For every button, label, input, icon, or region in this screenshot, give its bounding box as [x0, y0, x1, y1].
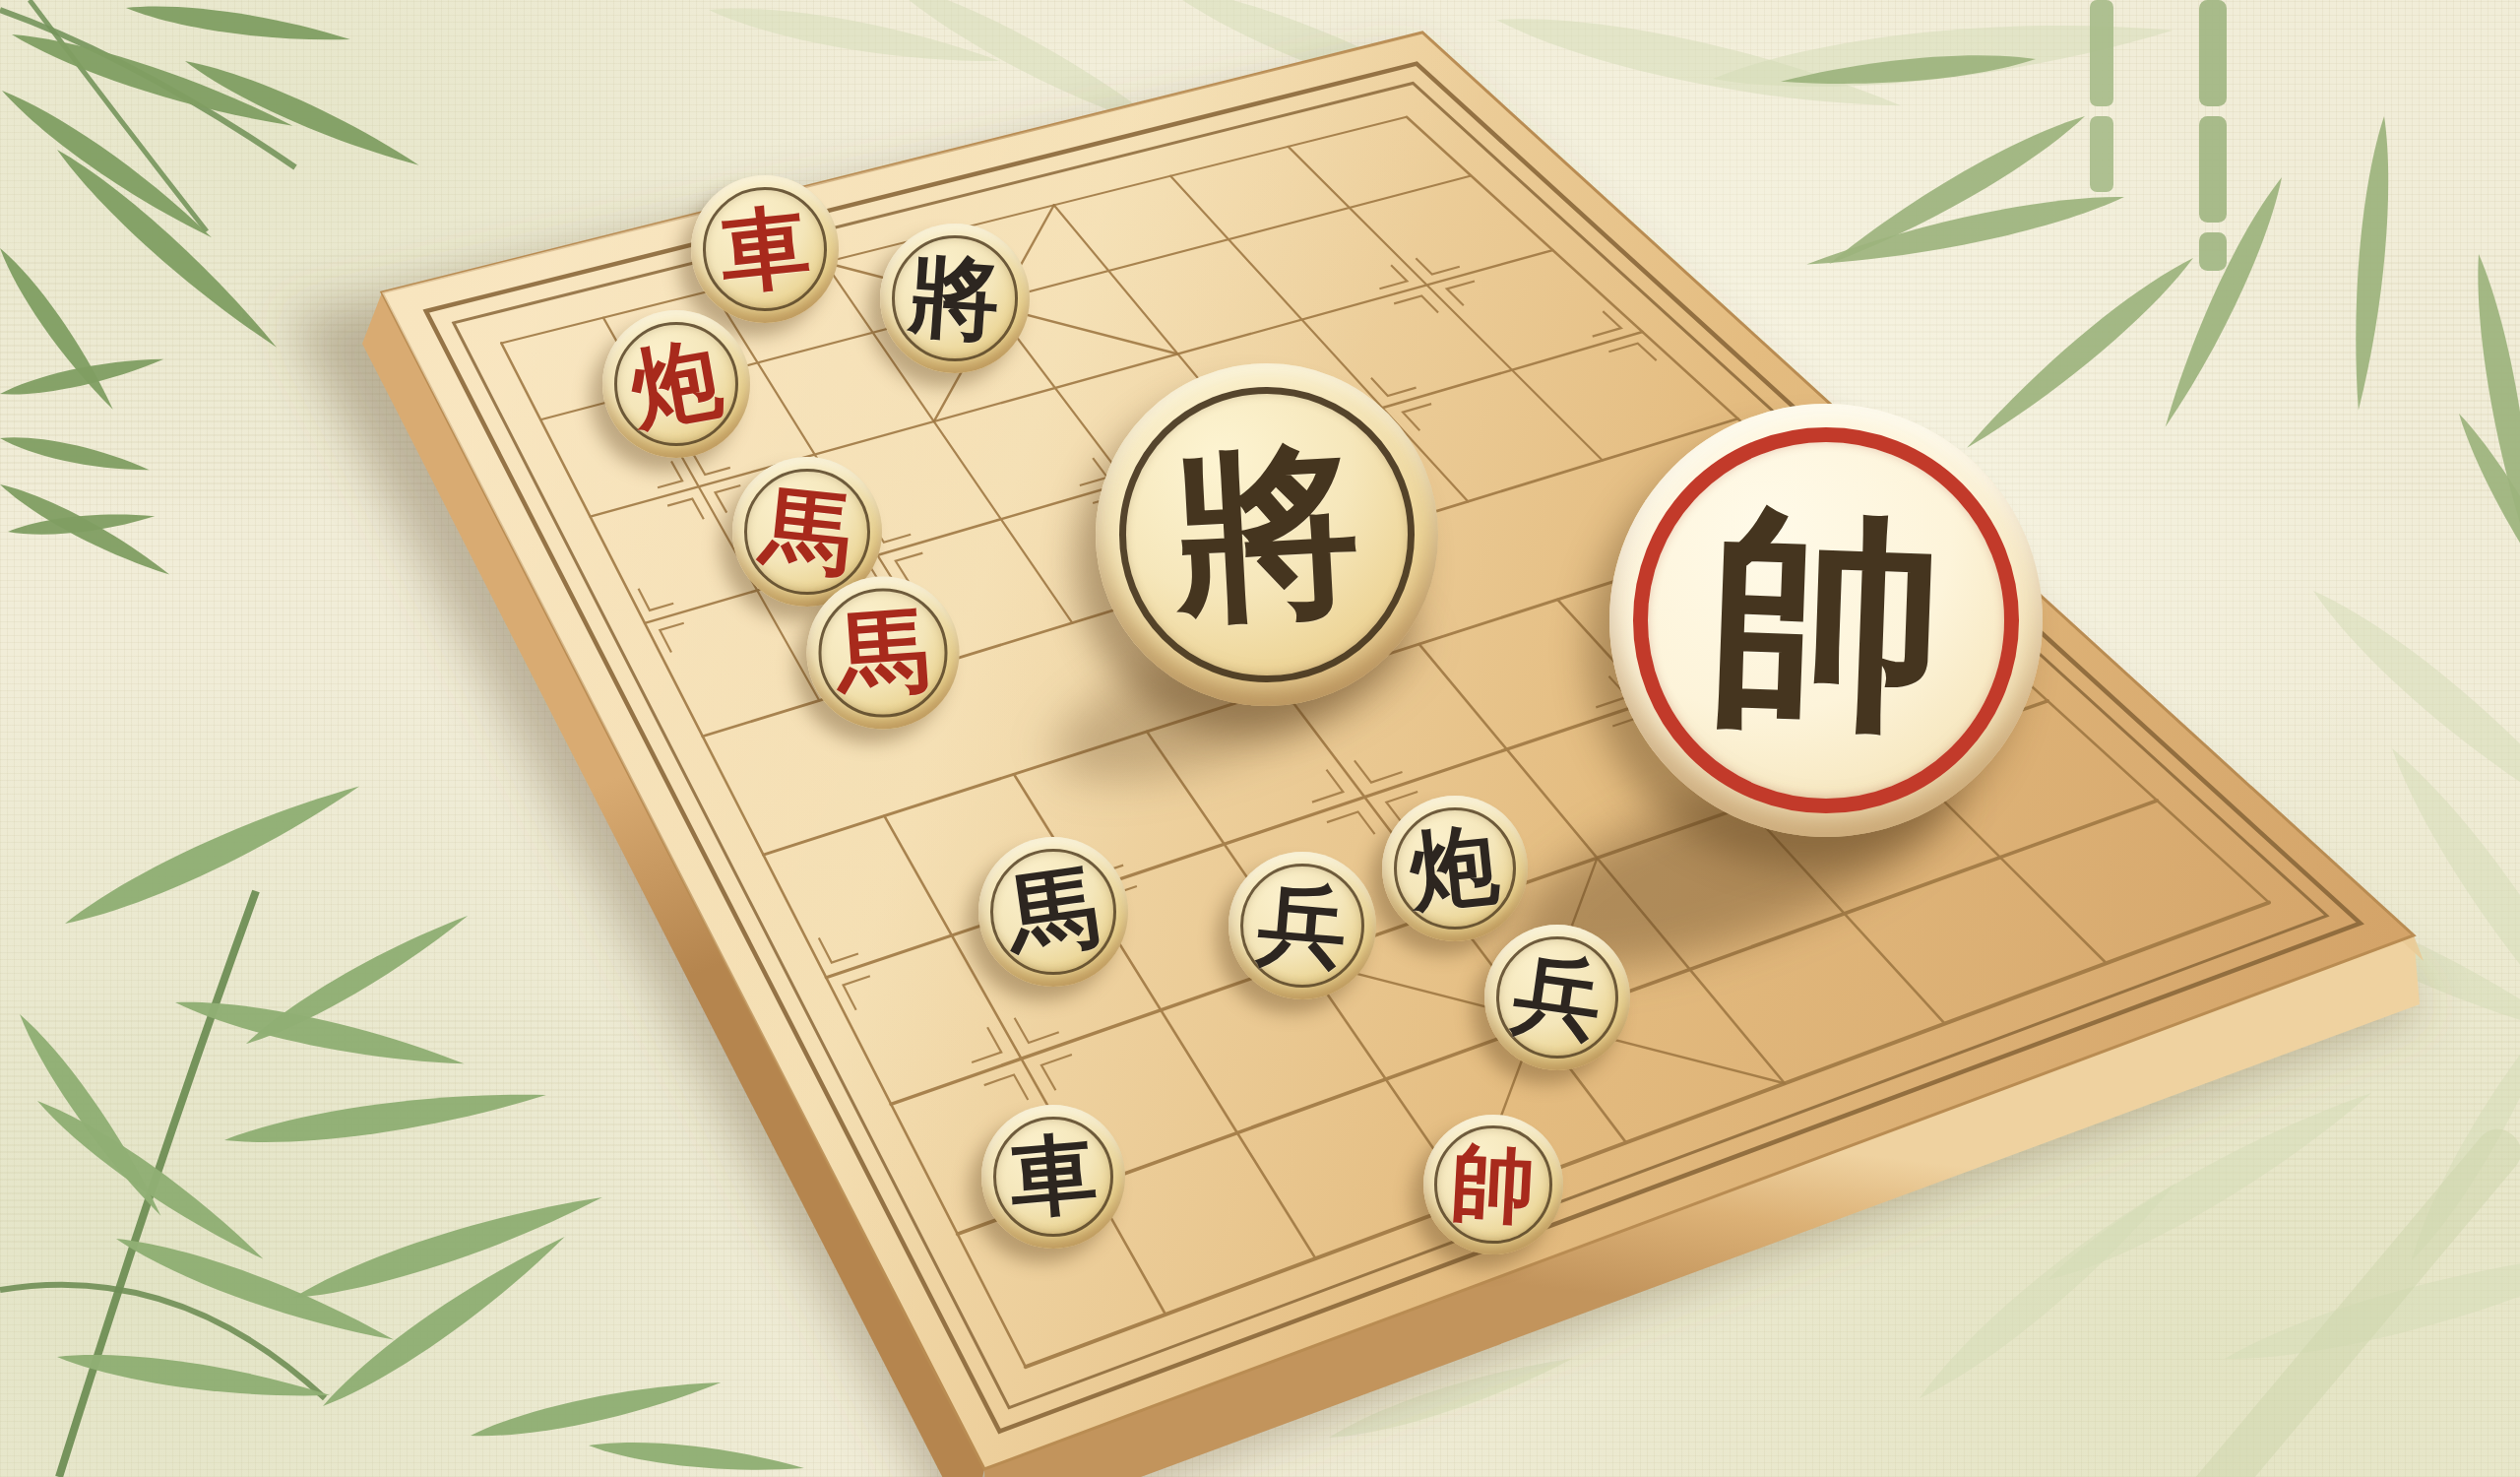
- piece-character: 將: [1169, 437, 1363, 631]
- piece-black-general[interactable]: 將: [880, 224, 1030, 373]
- piece-black-horse[interactable]: 馬: [978, 837, 1128, 987]
- piece-giant-black-general[interactable]: 將: [1096, 363, 1438, 706]
- piece-black-cannon[interactable]: 炮: [1382, 796, 1528, 941]
- piece-character: 將: [907, 250, 1002, 346]
- piece-character: 兵: [1254, 877, 1351, 974]
- piece-character: 馬: [1003, 861, 1104, 962]
- piece-character: 兵: [1508, 948, 1606, 1047]
- piece-red-chariot[interactable]: 車: [691, 175, 839, 323]
- piece-character: 炮: [1407, 820, 1503, 917]
- piece-red-general[interactable]: 帥: [1423, 1115, 1563, 1254]
- piece-character: 馬: [758, 482, 856, 581]
- piece-character: 炮: [625, 333, 727, 435]
- piece-character: 帥: [1705, 499, 1947, 741]
- piece-character: 帥: [1449, 1140, 1538, 1229]
- piece-black-soldier-2[interactable]: 兵: [1484, 925, 1630, 1070]
- piece-character: 車: [716, 201, 813, 298]
- piece-red-horse-2[interactable]: 馬: [807, 577, 960, 730]
- piece-black-chariot[interactable]: 車: [981, 1105, 1125, 1249]
- scene: 車將炮馬將帥馬炮馬兵兵車帥: [0, 0, 2520, 1477]
- piece-character: 馬: [834, 604, 931, 701]
- piece-black-soldier-1[interactable]: 兵: [1228, 852, 1376, 999]
- pieces-layer: 車將炮馬將帥馬炮馬兵兵車帥: [0, 0, 2520, 1477]
- piece-giant-red-general[interactable]: 帥: [1609, 404, 2043, 837]
- piece-red-cannon[interactable]: 炮: [602, 310, 750, 458]
- piece-character: 車: [1007, 1130, 1101, 1224]
